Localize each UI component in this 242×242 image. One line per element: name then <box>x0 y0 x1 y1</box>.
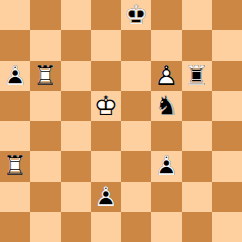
square-a6[interactable]: ♟♙ <box>0 61 30 91</box>
square-h8[interactable] <box>212 0 242 30</box>
square-e4[interactable] <box>121 121 151 151</box>
square-g7[interactable] <box>182 30 212 60</box>
square-h3[interactable] <box>212 151 242 181</box>
white-rook-piece: ♜♖ <box>0 151 30 181</box>
square-h6[interactable] <box>212 61 242 91</box>
square-f6[interactable]: ♟♙ <box>151 61 181 91</box>
piece-fill-glyph: ♚ <box>91 91 121 121</box>
square-f1[interactable] <box>151 212 181 242</box>
square-a8[interactable] <box>0 0 30 30</box>
piece-outline-glyph: ♙ <box>0 61 30 91</box>
square-e6[interactable] <box>121 61 151 91</box>
square-e5[interactable] <box>121 91 151 121</box>
square-g5[interactable] <box>182 91 212 121</box>
square-c4[interactable] <box>61 121 91 151</box>
piece-fill-glyph: ♜ <box>182 61 212 91</box>
piece-fill-glyph: ♜ <box>30 61 60 91</box>
square-g8[interactable] <box>182 0 212 30</box>
square-e2[interactable] <box>121 182 151 212</box>
square-g1[interactable] <box>182 212 212 242</box>
square-d5[interactable]: ♚♔ <box>91 91 121 121</box>
square-b8[interactable] <box>30 0 60 30</box>
square-f5[interactable]: ♞♘ <box>151 91 181 121</box>
black-pawn-piece: ♟♙ <box>91 182 121 212</box>
square-a3[interactable]: ♜♖ <box>0 151 30 181</box>
square-f8[interactable] <box>151 0 181 30</box>
piece-fill-glyph: ♟ <box>151 151 181 181</box>
white-rook-piece: ♜♖ <box>30 61 60 91</box>
square-h1[interactable] <box>212 212 242 242</box>
piece-outline-glyph: ♔ <box>91 91 121 121</box>
square-d4[interactable] <box>91 121 121 151</box>
square-b3[interactable] <box>30 151 60 181</box>
piece-outline-glyph: ♖ <box>182 61 212 91</box>
square-d6[interactable] <box>91 61 121 91</box>
piece-outline-glyph: ♖ <box>0 151 30 181</box>
piece-fill-glyph: ♜ <box>0 151 30 181</box>
black-king-piece: ♚♔ <box>121 0 151 30</box>
piece-fill-glyph: ♟ <box>0 61 30 91</box>
piece-outline-glyph: ♔ <box>121 0 151 30</box>
piece-outline-glyph: ♙ <box>91 182 121 212</box>
black-knight-piece: ♞♘ <box>151 91 181 121</box>
square-g3[interactable] <box>182 151 212 181</box>
black-pawn-piece: ♟♙ <box>0 61 30 91</box>
black-pawn-piece: ♟♙ <box>151 151 181 181</box>
square-a1[interactable] <box>0 212 30 242</box>
square-b7[interactable] <box>30 30 60 60</box>
square-b5[interactable] <box>30 91 60 121</box>
square-d3[interactable] <box>91 151 121 181</box>
piece-fill-glyph: ♞ <box>151 91 181 121</box>
square-a2[interactable] <box>0 182 30 212</box>
square-b2[interactable] <box>30 182 60 212</box>
square-e7[interactable] <box>121 30 151 60</box>
square-e1[interactable] <box>121 212 151 242</box>
square-d7[interactable] <box>91 30 121 60</box>
piece-outline-glyph: ♙ <box>151 61 181 91</box>
square-c2[interactable] <box>61 182 91 212</box>
white-pawn-piece: ♟♙ <box>151 61 181 91</box>
square-c1[interactable] <box>61 212 91 242</box>
square-f7[interactable] <box>151 30 181 60</box>
square-a7[interactable] <box>0 30 30 60</box>
square-g4[interactable] <box>182 121 212 151</box>
piece-fill-glyph: ♚ <box>121 0 151 30</box>
square-d8[interactable] <box>91 0 121 30</box>
square-c3[interactable] <box>61 151 91 181</box>
square-b4[interactable] <box>30 121 60 151</box>
piece-outline-glyph: ♖ <box>30 61 60 91</box>
square-c7[interactable] <box>61 30 91 60</box>
square-c8[interactable] <box>61 0 91 30</box>
square-c6[interactable] <box>61 61 91 91</box>
square-h4[interactable] <box>212 121 242 151</box>
piece-outline-glyph: ♘ <box>151 91 181 121</box>
square-h7[interactable] <box>212 30 242 60</box>
chess-board: ♚♔♟♙♜♖♟♙♜♖♚♔♞♘♜♖♟♙♟♙ <box>0 0 242 242</box>
square-e3[interactable] <box>121 151 151 181</box>
square-b1[interactable] <box>30 212 60 242</box>
square-f3[interactable]: ♟♙ <box>151 151 181 181</box>
square-f4[interactable] <box>151 121 181 151</box>
square-g2[interactable] <box>182 182 212 212</box>
piece-fill-glyph: ♟ <box>151 61 181 91</box>
square-b6[interactable]: ♜♖ <box>30 61 60 91</box>
square-c5[interactable] <box>61 91 91 121</box>
square-a4[interactable] <box>0 121 30 151</box>
piece-fill-glyph: ♟ <box>91 182 121 212</box>
square-f2[interactable] <box>151 182 181 212</box>
square-h2[interactable] <box>212 182 242 212</box>
white-king-piece: ♚♔ <box>91 91 121 121</box>
black-rook-piece: ♜♖ <box>182 61 212 91</box>
piece-outline-glyph: ♙ <box>151 151 181 181</box>
square-d2[interactable]: ♟♙ <box>91 182 121 212</box>
square-e8[interactable]: ♚♔ <box>121 0 151 30</box>
square-d1[interactable] <box>91 212 121 242</box>
square-g6[interactable]: ♜♖ <box>182 61 212 91</box>
square-h5[interactable] <box>212 91 242 121</box>
square-a5[interactable] <box>0 91 30 121</box>
